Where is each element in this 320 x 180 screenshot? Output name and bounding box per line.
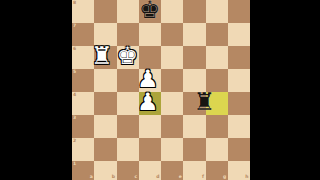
board-area: 8♚76♜♚5♟4♟♜321abcdefgh [72, 0, 250, 180]
rank-label-4: 4 [73, 93, 76, 98]
square-b5[interactable] [94, 69, 116, 92]
square-b3[interactable] [94, 115, 116, 138]
square-f1[interactable]: f [183, 161, 205, 180]
square-c5[interactable] [117, 69, 139, 92]
square-e1[interactable]: e [161, 161, 183, 180]
square-c2[interactable] [117, 138, 139, 161]
square-h8[interactable] [228, 0, 250, 23]
square-f4[interactable]: ♜ [183, 92, 205, 115]
black-king-d8[interactable]: ♚ [139, 0, 161, 23]
file-label-h: h [245, 175, 248, 180]
file-label-f: f [202, 175, 204, 180]
square-c6[interactable]: ♚ [117, 46, 139, 69]
black-rook-f4[interactable]: ♜ [193, 91, 215, 116]
square-d8[interactable]: ♚ [139, 0, 161, 23]
file-label-g: g [223, 175, 226, 180]
square-g2[interactable] [206, 138, 228, 161]
square-a1[interactable]: 1a [72, 161, 94, 180]
square-b6[interactable]: ♜ [94, 46, 116, 69]
letterbox-right [250, 0, 320, 180]
square-c1[interactable]: c [117, 161, 139, 180]
square-f7[interactable] [183, 23, 205, 46]
square-b8[interactable] [94, 0, 116, 23]
square-h1[interactable]: h [228, 161, 250, 180]
rank-label-8: 8 [73, 1, 76, 6]
square-h4[interactable] [228, 92, 250, 115]
file-label-d: d [156, 175, 159, 180]
square-h2[interactable] [228, 138, 250, 161]
square-h3[interactable] [228, 115, 250, 138]
square-g7[interactable] [206, 23, 228, 46]
chess-board: 8♚76♜♚5♟4♟♜321abcdefgh [72, 0, 250, 180]
square-f6[interactable] [183, 46, 205, 69]
square-c4[interactable] [117, 92, 139, 115]
square-e8[interactable] [161, 0, 183, 23]
square-g3[interactable] [206, 115, 228, 138]
square-e4[interactable] [161, 92, 183, 115]
rank-label-7: 7 [73, 24, 76, 29]
letterbox-left [0, 0, 72, 180]
square-e5[interactable] [161, 69, 183, 92]
square-g1[interactable]: g [206, 161, 228, 180]
white-rook-b6[interactable]: ♜ [91, 45, 113, 70]
square-d4[interactable]: ♟ [139, 92, 161, 115]
square-f2[interactable] [183, 138, 205, 161]
square-e7[interactable] [161, 23, 183, 46]
square-c8[interactable] [117, 0, 139, 23]
rank-label-6: 6 [73, 47, 76, 52]
file-label-c: c [135, 175, 138, 180]
file-label-a: a [90, 175, 93, 180]
square-a8[interactable]: 8 [72, 0, 94, 23]
square-c3[interactable] [117, 115, 139, 138]
square-g8[interactable] [206, 0, 228, 23]
rank-label-2: 2 [73, 139, 76, 144]
square-a2[interactable]: 2 [72, 138, 94, 161]
square-h5[interactable] [228, 69, 250, 92]
rank-label-1: 1 [73, 162, 76, 167]
square-h7[interactable] [228, 23, 250, 46]
square-d7[interactable] [139, 23, 161, 46]
square-b1[interactable]: b [94, 161, 116, 180]
white-king-c6[interactable]: ♚ [117, 45, 139, 70]
white-pawn-d4[interactable]: ♟ [137, 91, 159, 116]
square-g6[interactable] [206, 46, 228, 69]
square-f8[interactable] [183, 0, 205, 23]
square-d3[interactable] [139, 115, 161, 138]
square-e3[interactable] [161, 115, 183, 138]
square-a5[interactable]: 5 [72, 69, 94, 92]
square-h6[interactable] [228, 46, 250, 69]
square-a3[interactable]: 3 [72, 115, 94, 138]
file-label-b: b [112, 175, 115, 180]
square-b4[interactable] [94, 92, 116, 115]
rank-label-5: 5 [73, 70, 76, 75]
square-b2[interactable] [94, 138, 116, 161]
square-d2[interactable] [139, 138, 161, 161]
square-a4[interactable]: 4 [72, 92, 94, 115]
rank-label-3: 3 [73, 116, 76, 121]
file-label-e: e [179, 175, 182, 180]
square-e2[interactable] [161, 138, 183, 161]
square-e6[interactable] [161, 46, 183, 69]
square-f3[interactable] [183, 115, 205, 138]
square-d1[interactable]: d [139, 161, 161, 180]
